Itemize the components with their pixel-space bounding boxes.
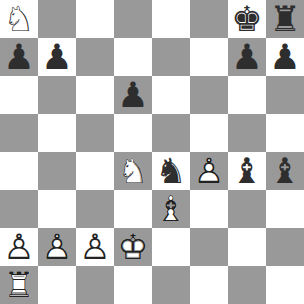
square-b6[interactable] (38, 76, 76, 114)
square-d2[interactable]: ♚♔ (114, 228, 152, 266)
square-a4[interactable] (0, 152, 38, 190)
square-f6[interactable] (190, 76, 228, 114)
square-d8[interactable] (114, 0, 152, 38)
square-h3[interactable] (266, 190, 304, 228)
white-pawn: ♙ (79, 228, 110, 266)
square-h8[interactable]: ♜ (266, 0, 304, 38)
square-a5[interactable] (0, 114, 38, 152)
square-a6[interactable] (0, 76, 38, 114)
white-knight: ♘ (3, 0, 34, 38)
square-f8[interactable] (190, 0, 228, 38)
black-bishop: ♝ (269, 152, 300, 190)
white-king-fill: ♚ (117, 228, 148, 266)
square-e2[interactable] (152, 228, 190, 266)
black-pawn: ♟ (41, 38, 72, 76)
square-g7[interactable]: ♟ (228, 38, 266, 76)
black-pawn: ♟ (269, 38, 300, 76)
white-pawn: ♙ (193, 152, 224, 190)
white-pawn-fill: ♟ (79, 228, 110, 266)
white-knight-fill: ♞ (117, 152, 148, 190)
square-d7[interactable] (114, 38, 152, 76)
square-d3[interactable] (114, 190, 152, 228)
square-d1[interactable] (114, 266, 152, 304)
square-g5[interactable] (228, 114, 266, 152)
square-d5[interactable] (114, 114, 152, 152)
square-h2[interactable] (266, 228, 304, 266)
square-e1[interactable] (152, 266, 190, 304)
square-c3[interactable] (76, 190, 114, 228)
square-c4[interactable] (76, 152, 114, 190)
black-rook: ♜ (269, 0, 300, 38)
square-e5[interactable] (152, 114, 190, 152)
square-b7[interactable]: ♟ (38, 38, 76, 76)
white-pawn: ♙ (3, 228, 34, 266)
square-b1[interactable] (38, 266, 76, 304)
white-bishop: ♗ (155, 190, 186, 228)
square-g8[interactable]: ♚ (228, 0, 266, 38)
square-b4[interactable] (38, 152, 76, 190)
square-g6[interactable] (228, 76, 266, 114)
square-c6[interactable] (76, 76, 114, 114)
white-pawn-fill: ♟ (193, 152, 224, 190)
square-d6[interactable]: ♟ (114, 76, 152, 114)
square-a8[interactable]: ♞♘ (0, 0, 38, 38)
square-g2[interactable] (228, 228, 266, 266)
square-g4[interactable]: ♝ (228, 152, 266, 190)
square-c7[interactable] (76, 38, 114, 76)
white-pawn-fill: ♟ (3, 228, 34, 266)
black-bishop: ♝ (231, 152, 262, 190)
square-e6[interactable] (152, 76, 190, 114)
square-d4[interactable]: ♞♘ (114, 152, 152, 190)
white-pawn-fill: ♟ (41, 228, 72, 266)
black-pawn: ♟ (3, 38, 34, 76)
square-h7[interactable]: ♟ (266, 38, 304, 76)
square-a3[interactable] (0, 190, 38, 228)
square-h5[interactable] (266, 114, 304, 152)
square-e3[interactable]: ♝♗ (152, 190, 190, 228)
square-c2[interactable]: ♟♙ (76, 228, 114, 266)
square-e4[interactable]: ♞ (152, 152, 190, 190)
square-h6[interactable] (266, 76, 304, 114)
square-g3[interactable] (228, 190, 266, 228)
white-bishop-fill: ♝ (155, 190, 186, 228)
square-f3[interactable] (190, 190, 228, 228)
white-rook-fill: ♜ (3, 266, 34, 304)
square-f1[interactable] (190, 266, 228, 304)
square-b8[interactable] (38, 0, 76, 38)
black-pawn: ♟ (231, 38, 262, 76)
white-knight: ♘ (117, 152, 148, 190)
square-f4[interactable]: ♟♙ (190, 152, 228, 190)
white-pawn: ♙ (41, 228, 72, 266)
square-b3[interactable] (38, 190, 76, 228)
white-rook: ♖ (3, 266, 34, 304)
square-e7[interactable] (152, 38, 190, 76)
black-knight: ♞ (155, 152, 186, 190)
square-f7[interactable] (190, 38, 228, 76)
black-pawn: ♟ (117, 76, 148, 114)
square-a7[interactable]: ♟ (0, 38, 38, 76)
white-knight-fill: ♞ (3, 0, 34, 38)
square-c5[interactable] (76, 114, 114, 152)
square-f2[interactable] (190, 228, 228, 266)
square-h4[interactable]: ♝ (266, 152, 304, 190)
chess-board: ♞♘♚♜♟♟♟♟♟♞♘♞♟♙♝♝♝♗♟♙♟♙♟♙♚♔♜♖ (0, 0, 304, 304)
square-g1[interactable] (228, 266, 266, 304)
square-c8[interactable] (76, 0, 114, 38)
square-h1[interactable] (266, 266, 304, 304)
square-f5[interactable] (190, 114, 228, 152)
square-c1[interactable] (76, 266, 114, 304)
black-king: ♚ (231, 0, 262, 38)
square-e8[interactable] (152, 0, 190, 38)
square-a2[interactable]: ♟♙ (0, 228, 38, 266)
square-b2[interactable]: ♟♙ (38, 228, 76, 266)
square-b5[interactable] (38, 114, 76, 152)
square-a1[interactable]: ♜♖ (0, 266, 38, 304)
white-king: ♔ (117, 228, 148, 266)
